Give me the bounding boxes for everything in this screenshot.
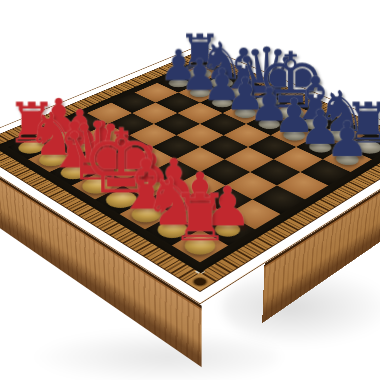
square-h4[interactable]	[252, 185, 304, 214]
chess-board: ♜♞♝♛♚♝♞♜♟♟♟♟♟♟♟♟♟♟♟♟♟♟♟♟♜♞♝♛♚♝♞♜	[0, 45, 380, 304]
red-rook-h1[interactable]: ♜	[171, 185, 230, 251]
blue-pawn-h7[interactable]: ♟	[325, 114, 369, 163]
square-f5[interactable]	[225, 147, 274, 172]
corner-palmette-ornament	[185, 273, 215, 291]
square-h5[interactable]	[277, 172, 328, 199]
case-shadow-front	[30, 330, 280, 380]
square-g5[interactable]	[250, 159, 300, 185]
chess-photo-scene: ♜♞♝♛♚♝♞♜♟♟♟♟♟♟♟♟♟♟♟♟♟♟♟♟♜♞♝♛♚♝♞♜	[0, 0, 380, 380]
